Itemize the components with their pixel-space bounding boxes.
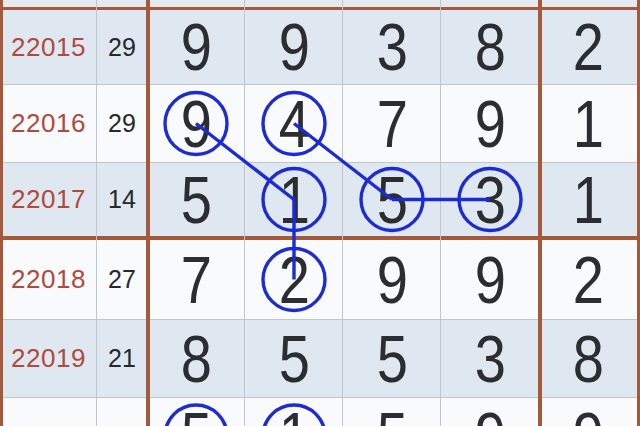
digit-cell: 5 (147, 163, 245, 236)
digit-cell: 5 (343, 163, 441, 236)
digit-value: 5 (376, 321, 407, 397)
draw-number-cell: 22016 (0, 85, 97, 162)
digit-cell: 4 (245, 85, 343, 162)
digit-cell: 9 (343, 240, 441, 319)
digit-value: 8 (180, 321, 211, 397)
sum-cell: 29 (97, 85, 147, 162)
sum-cell (97, 398, 147, 426)
digit-value: 9 (376, 242, 407, 318)
sum-cell: 14 (97, 163, 147, 236)
digit-value: 9 (572, 398, 603, 426)
grid-line-vertical (244, 0, 245, 426)
digit-value: 2 (572, 242, 603, 318)
board-border-vertical (0, 0, 3, 426)
digit-cell: 5 (245, 320, 343, 397)
digit-value: 5 (278, 321, 309, 397)
digit-value: 9 (474, 398, 505, 426)
digit-value: 7 (180, 242, 211, 318)
digit-cell: 8 (539, 320, 637, 397)
digit-value: 4 (278, 86, 309, 162)
draw-number-cell (0, 398, 97, 426)
digit-cell: 3 (343, 10, 441, 84)
digit-cell: 8 (147, 320, 245, 397)
digit-cell: 9 (539, 398, 637, 426)
digit-value: 1 (572, 162, 603, 238)
draw-number-cell: 22015 (0, 10, 97, 84)
digit-value: 9 (474, 242, 505, 318)
digit-cell: 9 (147, 10, 245, 84)
digit-cell: 1 (245, 398, 343, 426)
digit-value: 2 (278, 242, 309, 318)
board-border-vertical (146, 0, 150, 426)
digit-cell: 9 (441, 240, 539, 319)
sum-cell: 27 (97, 240, 147, 319)
digit-cell: 2 (539, 240, 637, 319)
digit-cell: 5 (343, 398, 441, 426)
draw-number-cell: 22017 (0, 163, 97, 236)
digit-value: 3 (474, 321, 505, 397)
draw-number-cell: 22019 (0, 320, 97, 397)
digit-value: 9 (180, 9, 211, 85)
digit-cell: 7 (147, 240, 245, 319)
digit-value: 7 (376, 86, 407, 162)
digit-cell: 9 (245, 10, 343, 84)
sum-cell: 29 (97, 10, 147, 84)
digit-cell: 3 (441, 163, 539, 236)
digit-value: 5 (180, 398, 211, 426)
grid-line-vertical (96, 0, 97, 426)
digit-cell: 2 (539, 10, 637, 84)
digit-value: 1 (278, 398, 309, 426)
grid-line-vertical (440, 0, 441, 426)
digit-value: 3 (474, 162, 505, 238)
digit-cell: 5 (343, 320, 441, 397)
digit-cell: 8 (441, 10, 539, 84)
grid-line-vertical (342, 0, 343, 426)
digit-cell: 9 (147, 85, 245, 162)
digit-cell: 1 (245, 163, 343, 236)
digit-value: 5 (376, 398, 407, 426)
sum-cell: 21 (97, 320, 147, 397)
digit-cell: 3 (441, 320, 539, 397)
digit-value: 8 (474, 9, 505, 85)
digit-value: 5 (376, 162, 407, 238)
digit-value: 1 (278, 162, 309, 238)
digit-cell: 9 (441, 85, 539, 162)
digit-cell: 9 (441, 398, 539, 426)
board-border-vertical (538, 0, 542, 426)
digit-value: 9 (180, 86, 211, 162)
digit-value: 8 (572, 321, 603, 397)
digit-cell: 5 (147, 398, 245, 426)
digit-cell: 1 (539, 85, 637, 162)
draw-number-cell: 22018 (0, 240, 97, 319)
digit-cell: 2 (245, 240, 343, 319)
digit-value: 5 (180, 162, 211, 238)
digit-cell: 7 (343, 85, 441, 162)
lottery-trend-board: 2201529993822201629947912201714515312201… (0, 0, 640, 426)
digit-value: 3 (376, 9, 407, 85)
digit-value: 9 (278, 9, 309, 85)
digit-value: 9 (474, 86, 505, 162)
digit-value: 1 (572, 86, 603, 162)
digit-value: 2 (572, 9, 603, 85)
digit-cell: 1 (539, 163, 637, 236)
